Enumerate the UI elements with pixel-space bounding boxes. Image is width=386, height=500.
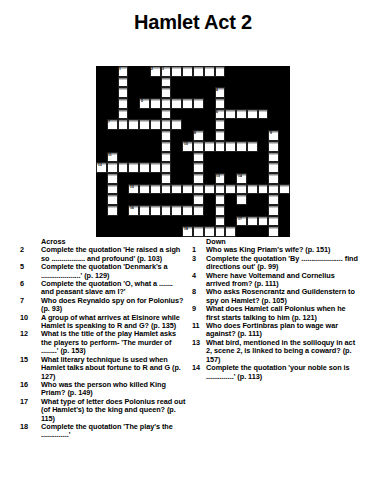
grid-cell-block xyxy=(204,173,215,184)
grid-cell-block xyxy=(279,194,290,205)
grid-cell[interactable] xyxy=(236,194,247,205)
grid-cell[interactable]: 7 xyxy=(107,119,118,130)
grid-cell[interactable] xyxy=(182,98,193,109)
grid-cell[interactable] xyxy=(182,184,193,195)
grid-cell-block xyxy=(236,162,247,173)
grid-cell-block xyxy=(225,194,236,205)
cell-number: 15 xyxy=(130,185,134,188)
grid-cell-block xyxy=(225,162,236,173)
grid-cell-block xyxy=(150,216,161,227)
grid-cell-block xyxy=(171,173,182,184)
grid-cell-block xyxy=(96,216,107,227)
grid-cell-block xyxy=(193,109,204,120)
grid-cell[interactable]: 10 xyxy=(182,141,193,152)
cell-number: 13 xyxy=(216,174,220,177)
grid-cell[interactable] xyxy=(161,77,172,88)
grid-cell[interactable]: 5 xyxy=(139,98,150,109)
grid-cell-block xyxy=(150,130,161,141)
cell-number: 18 xyxy=(184,227,188,230)
clue-number: 14 xyxy=(192,364,206,381)
grid-cell[interactable] xyxy=(247,109,258,120)
grid-cell[interactable] xyxy=(150,184,161,195)
clue-text: Complete the quotation 'By .............… xyxy=(206,255,360,272)
grid-cell-block xyxy=(107,77,118,88)
clue-number: 15 xyxy=(20,356,41,381)
grid-cell-block xyxy=(236,205,247,216)
grid-cell-block xyxy=(247,98,258,109)
grid-cell[interactable] xyxy=(193,162,204,173)
grid-cell-block xyxy=(107,109,118,120)
grid-cell-block xyxy=(182,216,193,227)
grid-cell[interactable] xyxy=(215,226,226,237)
grid-cell[interactable] xyxy=(225,184,236,195)
grid-cell[interactable]: 2 xyxy=(150,66,161,77)
grid-cell[interactable] xyxy=(107,194,118,205)
grid-cell-block xyxy=(118,216,129,227)
grid-cell[interactable] xyxy=(268,141,279,152)
clue: 11Who does Fortinbras plan to wage war a… xyxy=(192,322,360,339)
grid-cell[interactable] xyxy=(107,205,118,216)
grid-cell[interactable] xyxy=(268,162,279,173)
grid-cell[interactable] xyxy=(118,77,129,88)
clue: 9What does Hamlet call Polonius when he … xyxy=(192,305,360,322)
grid-cell[interactable] xyxy=(118,162,129,173)
grid-cell-block xyxy=(258,205,269,216)
grid-cell[interactable] xyxy=(268,226,279,237)
grid-cell[interactable] xyxy=(171,66,182,77)
grid-cell[interactable] xyxy=(171,98,182,109)
grid-cell-block xyxy=(118,130,129,141)
grid-cell[interactable] xyxy=(139,119,150,130)
grid-cell-block xyxy=(258,77,269,88)
grid-cell[interactable] xyxy=(161,152,172,163)
grid-cell[interactable] xyxy=(161,119,172,130)
grid-cell[interactable] xyxy=(236,184,247,195)
cell-number: 12 xyxy=(98,163,102,166)
grid-cell-block xyxy=(107,66,118,77)
clue: 8Who asks Rosencrantz and Guildenstern t… xyxy=(192,288,360,305)
cell-number: 4 xyxy=(216,88,218,91)
grid-cell[interactable] xyxy=(225,141,236,152)
grid-cell-block xyxy=(247,173,258,184)
cell-number: 5 xyxy=(141,99,143,102)
grid-cell[interactable] xyxy=(193,205,204,216)
grid-cell-block xyxy=(279,226,290,237)
grid-cell-block xyxy=(204,98,215,109)
grid-cell-block xyxy=(279,130,290,141)
grid-cell-block xyxy=(258,141,269,152)
grid-cell-block xyxy=(107,216,118,227)
grid-cell-block xyxy=(247,194,258,205)
clue: 10A group of what arrives at Elsinore wh… xyxy=(20,314,187,331)
grid-cell-block xyxy=(258,66,269,77)
grid-cell-block xyxy=(128,109,139,120)
grid-cell-block xyxy=(279,205,290,216)
grid-cell-block xyxy=(171,216,182,227)
grid-cell-block xyxy=(247,130,258,141)
grid-cell[interactable] xyxy=(215,98,226,109)
clue-text: Complete the quotation 'The play's the .… xyxy=(41,423,187,440)
clue-text: Complete the quotation 'He raised a sigh… xyxy=(41,246,187,263)
grid-cell[interactable]: 17 xyxy=(236,216,247,227)
grid-cell[interactable] xyxy=(204,226,215,237)
grid-cell-block xyxy=(225,77,236,88)
grid-cell-block xyxy=(182,109,193,120)
grid-cell[interactable] xyxy=(193,226,204,237)
clue-text: Complete the quotation 'O, what a ......… xyxy=(41,280,187,297)
clue-text: Where have Voltemand and Cornelius arriv… xyxy=(206,272,360,289)
grid-cell[interactable] xyxy=(225,226,236,237)
grid-cell-block xyxy=(96,87,107,98)
grid-cell[interactable] xyxy=(268,194,279,205)
grid-cell-block xyxy=(258,130,269,141)
grid-cell-block xyxy=(96,119,107,130)
grid-cell[interactable] xyxy=(268,184,279,195)
grid-cell[interactable] xyxy=(161,162,172,173)
grid-cell-block xyxy=(279,87,290,98)
grid-cell-block xyxy=(225,66,236,77)
grid-cell-block xyxy=(204,194,215,205)
grid-cell-block xyxy=(150,226,161,237)
grid-cell[interactable] xyxy=(150,98,161,109)
cell-number: 1 xyxy=(119,67,121,70)
grid-cell-block xyxy=(96,173,107,184)
grid-cell[interactable] xyxy=(161,173,172,184)
clue-number: 3 xyxy=(192,255,206,272)
clue: 5Complete the quotation 'Denmark's a ...… xyxy=(20,263,187,280)
grid-cell-block xyxy=(118,173,129,184)
clue-text: Complete the quotation 'Denmark's a ....… xyxy=(41,263,187,280)
grid-cell-block xyxy=(139,77,150,88)
grid-cell[interactable]: 9 xyxy=(268,130,279,141)
grid-cell-block xyxy=(279,109,290,120)
grid-cell[interactable] xyxy=(247,184,258,195)
grid-cell[interactable] xyxy=(182,66,193,77)
grid-cell[interactable] xyxy=(161,205,172,216)
grid-cell-block xyxy=(118,194,129,205)
grid-cell-block xyxy=(161,226,172,237)
grid-cell[interactable] xyxy=(171,184,182,195)
grid-cell[interactable] xyxy=(215,130,226,141)
grid-cell-block xyxy=(150,141,161,152)
cell-number: 14 xyxy=(238,174,242,177)
grid-cell-block xyxy=(139,66,150,77)
clue-text: Who was the person who killed King Priam… xyxy=(41,381,187,398)
grid-cell-block xyxy=(171,141,182,152)
grid-cell[interactable] xyxy=(204,184,215,195)
grid-cell[interactable] xyxy=(247,141,258,152)
clue-text: Who does Fortinbras plan to wage war aga… xyxy=(206,322,360,339)
grid-cell-block xyxy=(258,98,269,109)
grid-cell[interactable] xyxy=(193,152,204,163)
grid-cell[interactable] xyxy=(204,141,215,152)
cell-number: 16 xyxy=(130,206,134,209)
grid-cell-block xyxy=(268,66,279,77)
grid-cell[interactable] xyxy=(161,87,172,98)
grid-cell[interactable] xyxy=(107,162,118,173)
grid-cell-block xyxy=(258,173,269,184)
grid-cell-block xyxy=(268,98,279,109)
clue: 16Who was the person who killed King Pri… xyxy=(20,381,187,398)
grid-cell-block xyxy=(236,226,247,237)
clue-number: 18 xyxy=(20,423,41,440)
grid-cell[interactable]: 11 xyxy=(107,152,118,163)
grid-cell-block xyxy=(171,87,182,98)
grid-cell[interactable] xyxy=(193,194,204,205)
grid-cell[interactable] xyxy=(139,162,150,173)
grid-cell-block xyxy=(204,77,215,88)
grid-cell-block xyxy=(171,226,182,237)
grid-cell-block xyxy=(182,87,193,98)
grid-cell[interactable] xyxy=(107,184,118,195)
grid-cell-block xyxy=(96,194,107,205)
grid-cell[interactable]: 3 xyxy=(161,66,172,77)
grid-cell[interactable] xyxy=(161,141,172,152)
grid-cell[interactable] xyxy=(107,173,118,184)
grid-cell-block xyxy=(128,66,139,77)
cell-number: 10 xyxy=(184,142,188,145)
grid-cell[interactable] xyxy=(161,109,172,120)
grid-cell-block xyxy=(171,162,182,173)
grid-cell[interactable] xyxy=(171,205,182,216)
grid-cell[interactable] xyxy=(139,184,150,195)
grid-cell[interactable] xyxy=(182,205,193,216)
grid-cell[interactable] xyxy=(193,98,204,109)
clue-number: 12 xyxy=(20,330,41,355)
grid-cell-block xyxy=(279,66,290,77)
cell-number: 11 xyxy=(108,153,112,156)
grid-cell[interactable] xyxy=(150,119,161,130)
grid-cell[interactable]: 15 xyxy=(128,184,139,195)
grid-cell-block xyxy=(139,226,150,237)
grid-cell-block xyxy=(204,152,215,163)
grid-cell-block xyxy=(139,216,150,227)
grid-cell-block xyxy=(118,141,129,152)
grid-cell-block xyxy=(236,66,247,77)
clue-text: What is the title of the play Hamlet ask… xyxy=(41,330,187,355)
clue: 4Where have Voltemand and Cornelius arri… xyxy=(192,272,360,289)
grid-cell[interactable] xyxy=(268,205,279,216)
grid-cell-block xyxy=(279,77,290,88)
grid-cell[interactable] xyxy=(215,194,226,205)
grid-cell[interactable] xyxy=(225,109,236,120)
grid-cell-block xyxy=(150,152,161,163)
clue: 3Complete the quotation 'By ............… xyxy=(192,255,360,272)
grid-cell[interactable] xyxy=(247,216,258,227)
grid-cell-block xyxy=(204,162,215,173)
grid-cell[interactable] xyxy=(161,98,172,109)
grid-cell-block xyxy=(225,98,236,109)
grid-cell-block xyxy=(247,226,258,237)
grid-cell[interactable] xyxy=(118,98,129,109)
grid-cell-block xyxy=(128,77,139,88)
grid-cell-block xyxy=(236,119,247,130)
grid-cell-block xyxy=(107,141,118,152)
grid-cell[interactable]: 1 xyxy=(118,66,129,77)
cell-number: 17 xyxy=(238,217,242,220)
grid-cell-block xyxy=(96,226,107,237)
grid-cell-block xyxy=(225,130,236,141)
grid-cell-block xyxy=(268,77,279,88)
grid-cell[interactable]: 6 xyxy=(215,109,226,120)
grid-cell[interactable] xyxy=(161,130,172,141)
grid-cell-block xyxy=(128,130,139,141)
grid-cell[interactable] xyxy=(204,66,215,77)
grid-cell-block xyxy=(279,98,290,109)
grid-cell[interactable] xyxy=(279,184,290,195)
puzzle-title: Hamlet Act 2 xyxy=(0,11,386,34)
clue: 12What is the title of the play Hamlet a… xyxy=(20,330,187,355)
grid-cell-block xyxy=(236,130,247,141)
grid-cell-block xyxy=(258,119,269,130)
grid-cell[interactable] xyxy=(118,87,129,98)
grid-cell[interactable] xyxy=(215,66,226,77)
grid-cell[interactable] xyxy=(215,119,226,130)
grid-cell[interactable] xyxy=(268,152,279,163)
clue-number: 5 xyxy=(20,263,41,280)
grid-cell-block xyxy=(268,87,279,98)
grid-cell-block xyxy=(236,98,247,109)
clue-text: Complete the quotation 'your noble son i… xyxy=(206,364,360,381)
grid-cell-block xyxy=(150,194,161,205)
grid-cell[interactable] xyxy=(215,141,226,152)
grid-cell[interactable] xyxy=(139,205,150,216)
grid-cell-block xyxy=(182,152,193,163)
grid-cell-block xyxy=(258,226,269,237)
grid-cell-block xyxy=(171,109,182,120)
grid-cell[interactable] xyxy=(236,109,247,120)
grid-cell-block xyxy=(182,119,193,130)
grid-cell-block xyxy=(96,130,107,141)
clue-number: 7 xyxy=(20,297,41,314)
grid-cell[interactable] xyxy=(215,216,226,227)
grid-cell[interactable] xyxy=(215,205,226,216)
grid-cell-block xyxy=(258,87,269,98)
clue-number: 4 xyxy=(192,272,206,289)
grid-cell[interactable] xyxy=(193,184,204,195)
grid-cell[interactable] xyxy=(258,216,269,227)
grid-cell[interactable]: 18 xyxy=(182,226,193,237)
clue-number: 6 xyxy=(20,280,41,297)
grid-cell-block xyxy=(193,87,204,98)
grid-cell-block xyxy=(279,119,290,130)
grid-cell-block xyxy=(171,194,182,205)
clue: 7Who does Reynaldo spy on for Polonius? … xyxy=(20,297,187,314)
grid-cell-block xyxy=(268,109,279,120)
grid-cell[interactable] xyxy=(258,184,269,195)
cell-number: 6 xyxy=(216,110,218,113)
clue-number: 10 xyxy=(20,314,41,331)
cell-number: 2 xyxy=(151,67,153,70)
grid-cell[interactable] xyxy=(193,173,204,184)
clue: 13What bird, mentioned in the soliloquy … xyxy=(192,339,360,364)
grid-cell-block xyxy=(247,119,258,130)
grid-cell-block xyxy=(258,162,269,173)
grid-cell-block xyxy=(118,226,129,237)
grid-cell-block xyxy=(258,152,269,163)
grid-cell-block xyxy=(204,87,215,98)
grid-cell-block xyxy=(107,87,118,98)
clue: 6Complete the quotation 'O, what a .....… xyxy=(20,280,187,297)
grid-cell[interactable] xyxy=(236,141,247,152)
grid-cell[interactable] xyxy=(161,184,172,195)
grid-cell-block xyxy=(193,119,204,130)
grid-cell[interactable] xyxy=(258,109,269,120)
grid-cell-block xyxy=(128,141,139,152)
grid-cell-block xyxy=(215,152,226,163)
clue-number: 17 xyxy=(20,398,41,423)
grid-cell[interactable]: 8 xyxy=(193,130,204,141)
grid-cell-block xyxy=(236,152,247,163)
grid-cell[interactable] xyxy=(150,162,161,173)
grid-cell-block xyxy=(96,77,107,88)
grid-cell[interactable] xyxy=(268,173,279,184)
grid-cell-block xyxy=(182,194,193,205)
clue: 15What literary technique is used when H… xyxy=(20,356,187,381)
grid-cell-block xyxy=(96,152,107,163)
grid-cell-block xyxy=(225,205,236,216)
grid-cell-block xyxy=(150,87,161,98)
cell-number: 9 xyxy=(270,131,272,134)
grid-cell-block xyxy=(225,87,236,98)
grid-cell[interactable] xyxy=(150,205,161,216)
grid-cell-block xyxy=(150,173,161,184)
grid-cell-block xyxy=(204,216,215,227)
across-clues: Across 2Complete the quotation 'He raise… xyxy=(20,238,187,440)
cell-number: 3 xyxy=(162,67,164,70)
grid-cell[interactable] xyxy=(128,162,139,173)
grid-cell-block xyxy=(204,130,215,141)
grid-cell-block xyxy=(96,109,107,120)
grid-cell[interactable]: 16 xyxy=(128,205,139,216)
grid-cell-block xyxy=(204,205,215,216)
grid-cell[interactable] xyxy=(171,119,182,130)
grid-cell[interactable]: 4 xyxy=(215,87,226,98)
grid-cell-block xyxy=(279,141,290,152)
grid-cell[interactable]: 13 xyxy=(215,173,226,184)
grid-cell-block xyxy=(139,173,150,184)
grid-cell[interactable] xyxy=(193,66,204,77)
grid-cell-block xyxy=(128,87,139,98)
grid-cell[interactable] xyxy=(215,184,226,195)
grid-cell-block xyxy=(128,152,139,163)
clue-number: 2 xyxy=(20,246,41,263)
grid-cell[interactable] xyxy=(118,109,129,120)
cell-number: 8 xyxy=(194,131,196,134)
grid-cell-block xyxy=(225,119,236,130)
grid-cell-block xyxy=(182,162,193,173)
clue-text: What literary technique is used when Ham… xyxy=(41,356,187,381)
grid-cell[interactable] xyxy=(128,119,139,130)
grid-cell-block xyxy=(193,216,204,227)
grid-cell-block xyxy=(161,216,172,227)
grid-cell-block xyxy=(118,184,129,195)
grid-cell-block xyxy=(171,77,182,88)
grid-cell-block xyxy=(139,130,150,141)
grid-cell-block xyxy=(182,77,193,88)
grid-cell[interactable] xyxy=(118,119,129,130)
grid-cell[interactable] xyxy=(193,141,204,152)
clue-text: Who asks Rosencrantz and Guildenstern to… xyxy=(206,288,360,305)
grid-cell-block xyxy=(139,87,150,98)
grid-cell[interactable] xyxy=(268,216,279,227)
grid-cell[interactable]: 14 xyxy=(236,173,247,184)
grid-cell-block xyxy=(107,130,118,141)
grid-cell-block xyxy=(171,130,182,141)
down-clues: Down 1Who was King Priam's wife? (p. 151… xyxy=(192,238,360,381)
grid-cell[interactable]: 12 xyxy=(96,162,107,173)
grid-cell-block xyxy=(128,226,139,237)
